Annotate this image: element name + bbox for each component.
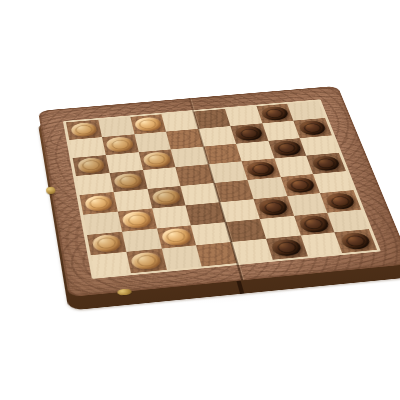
board-inner-frame	[63, 99, 381, 279]
brass-clasp-left	[46, 186, 56, 194]
square-r7c4[interactable]	[191, 222, 231, 246]
product-photo-canvas	[0, 0, 400, 400]
dark-checker[interactable]	[258, 198, 289, 216]
square-r7c3[interactable]	[156, 225, 196, 249]
square-r6c6[interactable]	[253, 196, 293, 219]
dark-checker[interactable]	[298, 120, 328, 136]
square-r6c3[interactable]	[152, 205, 191, 228]
square-r6c4[interactable]	[186, 202, 226, 225]
square-r6c7[interactable]	[287, 193, 328, 216]
square-r5c2[interactable]	[113, 189, 151, 211]
square-r5c8[interactable]	[313, 171, 353, 193]
light-checker[interactable]	[77, 157, 106, 174]
square-r7c5[interactable]	[225, 219, 266, 242]
square-r8c2[interactable]	[126, 249, 166, 274]
square-r7c2[interactable]	[122, 228, 162, 252]
square-r8c3[interactable]	[161, 245, 202, 269]
light-checker[interactable]	[106, 136, 135, 152]
square-r6c1[interactable]	[83, 211, 122, 234]
light-checker[interactable]	[70, 122, 98, 138]
dark-checker[interactable]	[339, 232, 372, 251]
checkers-board	[38, 86, 400, 297]
square-r6c8[interactable]	[320, 190, 361, 212]
square-r5c3[interactable]	[147, 186, 186, 208]
light-checker[interactable]	[91, 234, 122, 253]
square-r7c7[interactable]	[293, 212, 334, 235]
dark-checker[interactable]	[260, 106, 289, 121]
square-r5c1[interactable]	[80, 192, 118, 215]
square-r6c5[interactable]	[220, 199, 260, 222]
square-r8c6[interactable]	[266, 236, 308, 260]
light-checker[interactable]	[151, 188, 181, 205]
light-checker[interactable]	[84, 194, 114, 212]
square-r7c1[interactable]	[87, 231, 126, 255]
square-r4c1[interactable]	[76, 173, 113, 195]
light-checker[interactable]	[142, 151, 171, 167]
dark-checker[interactable]	[325, 192, 357, 210]
dark-checker[interactable]	[270, 238, 302, 257]
square-r6c2[interactable]	[118, 208, 157, 231]
dark-checker[interactable]	[285, 176, 316, 193]
square-r8c1[interactable]	[91, 252, 131, 277]
light-checker[interactable]	[122, 211, 152, 229]
square-r7c8[interactable]	[327, 209, 369, 232]
dark-checker[interactable]	[246, 161, 276, 178]
square-r5c5[interactable]	[214, 180, 253, 202]
light-checker[interactable]	[134, 116, 162, 132]
dark-checker[interactable]	[234, 125, 263, 141]
square-r5c4[interactable]	[181, 183, 220, 205]
board-top-face	[38, 86, 400, 297]
square-r8c5[interactable]	[231, 239, 272, 263]
square-r8c8[interactable]	[335, 229, 377, 253]
dark-checker[interactable]	[272, 140, 302, 156]
square-r4c2[interactable]	[109, 170, 147, 192]
light-checker[interactable]	[113, 173, 142, 190]
square-r8c4[interactable]	[196, 242, 237, 266]
dark-checker[interactable]	[298, 215, 330, 233]
square-r8c7[interactable]	[300, 232, 342, 256]
light-checker[interactable]	[131, 251, 162, 270]
square-r4c3[interactable]	[143, 167, 181, 189]
dark-checker[interactable]	[311, 155, 342, 172]
square-r7c6[interactable]	[259, 216, 300, 239]
board-grid	[66, 101, 377, 277]
light-checker[interactable]	[161, 228, 192, 246]
